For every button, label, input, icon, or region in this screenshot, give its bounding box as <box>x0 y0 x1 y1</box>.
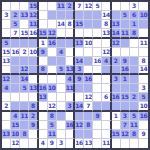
cell-r12c1-given[interactable]: 2 <box>2 102 11 111</box>
cell-r2c2-given[interactable]: 2 <box>11 11 20 20</box>
cell-r7c7-empty[interactable] <box>57 57 66 66</box>
cell-r12c3-empty[interactable] <box>20 102 29 111</box>
cell-r11c8-empty[interactable] <box>66 93 75 102</box>
cell-r5c11-empty[interactable] <box>93 39 102 48</box>
cell-r1c13-empty[interactable] <box>112 2 121 11</box>
cell-r15c5-empty[interactable] <box>39 130 48 139</box>
cell-r7c16-given[interactable]: 8 <box>139 57 148 66</box>
cell-r4c11-empty[interactable] <box>93 29 102 38</box>
cell-r13c3-given[interactable]: 11 <box>20 112 29 121</box>
cell-r12c7-empty[interactable] <box>57 102 66 111</box>
cell-r8c8-given[interactable]: 13 <box>66 66 75 75</box>
cell-r16c1-empty[interactable] <box>2 139 11 148</box>
cell-r9c3-given[interactable]: 14 <box>20 75 29 84</box>
cell-r9c11-empty[interactable] <box>93 75 102 84</box>
cell-r1c12-empty[interactable] <box>102 2 111 11</box>
cell-r4c12-given[interactable]: 13 <box>102 29 111 38</box>
cell-r7c2-empty[interactable] <box>11 57 20 66</box>
cell-r12c9-given[interactable]: 14 <box>75 102 84 111</box>
cell-r15c9-empty[interactable] <box>75 130 84 139</box>
cell-r2c15-given[interactable]: 6 <box>130 11 139 20</box>
cell-r13c6-given[interactable]: 8 <box>48 112 57 121</box>
cell-r4c4-given[interactable]: 16 <box>29 29 38 38</box>
cell-r3c2-given[interactable]: 5 <box>11 20 20 29</box>
cell-r15c16-given[interactable]: 9 <box>139 130 148 139</box>
cell-r5c12-empty[interactable] <box>102 39 111 48</box>
cell-r8c15-empty[interactable] <box>130 66 139 75</box>
cell-r4c1-empty[interactable] <box>2 29 11 38</box>
cell-r4c14-given[interactable]: 11 <box>121 29 130 38</box>
cell-r3c12-given[interactable]: 8 <box>102 20 111 29</box>
cell-r7c13-given[interactable]: 2 <box>112 57 121 66</box>
cell-r16c4-empty[interactable] <box>29 139 38 148</box>
cell-r2c12-given[interactable]: 14 <box>102 11 111 20</box>
cell-r4c15-given[interactable]: 8 <box>130 29 139 38</box>
cell-r14c12-empty[interactable] <box>102 121 111 130</box>
cell-r9c2-empty[interactable] <box>11 75 20 84</box>
cell-r4c10-empty[interactable] <box>84 29 93 38</box>
cell-r11c14-given[interactable]: 15 <box>121 93 130 102</box>
cell-r6c4-given[interactable]: 10 <box>29 48 38 57</box>
cell-r1c15-given[interactable]: 3 <box>130 2 139 11</box>
cell-r9c1-given[interactable]: 12 <box>2 75 11 84</box>
cell-r15c11-empty[interactable] <box>93 130 102 139</box>
cell-r14c11-empty[interactable] <box>93 121 102 130</box>
cell-r13c15-given[interactable]: 5 <box>130 112 139 121</box>
cell-r13c11-given[interactable]: 9 <box>93 112 102 121</box>
cell-r13c10-empty[interactable] <box>84 112 93 121</box>
cell-r11c6-empty[interactable] <box>48 93 57 102</box>
cell-r4c3-given[interactable]: 15 <box>20 29 29 38</box>
cell-r5c5-given[interactable]: 1 <box>39 39 48 48</box>
cell-r12c16-given[interactable]: 10 <box>139 102 148 111</box>
cell-r6c14-empty[interactable] <box>121 48 130 57</box>
cell-r15c4-empty[interactable] <box>29 130 38 139</box>
cell-r11c13-given[interactable]: 16 <box>112 93 121 102</box>
cell-r15c10-empty[interactable] <box>84 130 93 139</box>
cell-r7c12-given[interactable]: 4 <box>102 57 111 66</box>
cell-r14c15-given[interactable]: 11 <box>130 121 139 130</box>
cell-r1c14-empty[interactable] <box>121 2 130 11</box>
cell-r13c16-given[interactable]: 16 <box>139 112 148 121</box>
cell-r11c5-given[interactable]: 13 <box>39 93 48 102</box>
cell-r16c15-empty[interactable] <box>130 139 139 148</box>
cell-r14c8-given[interactable]: 16 <box>66 121 75 130</box>
cell-r6c16-empty[interactable] <box>139 48 148 57</box>
cell-r15c6-given[interactable]: 11 <box>48 130 57 139</box>
cell-r1c6-empty[interactable] <box>48 2 57 11</box>
cell-r11c1-empty[interactable] <box>2 93 11 102</box>
cell-r8c4-empty[interactable] <box>29 66 38 75</box>
cell-r11c9-empty[interactable] <box>75 93 84 102</box>
cell-r3c15-given[interactable]: 1 <box>130 20 139 29</box>
cell-r13c1-empty[interactable] <box>2 112 11 121</box>
cell-r14c3-empty[interactable] <box>20 121 29 130</box>
cell-r9c4-empty[interactable] <box>29 75 38 84</box>
cell-r8c11-empty[interactable] <box>93 66 102 75</box>
cell-r8c2-empty[interactable] <box>11 66 20 75</box>
cell-r6c9-empty[interactable] <box>75 48 84 57</box>
cell-r11c16-given[interactable]: 5 <box>139 93 148 102</box>
cell-r8c9-given[interactable]: 3 <box>75 66 84 75</box>
cell-r4c16-empty[interactable] <box>139 29 148 38</box>
cell-r3c9-given[interactable]: 15 <box>75 20 84 29</box>
cell-r3c8-given[interactable]: 8 <box>66 20 75 29</box>
cell-r13c4-given[interactable]: 2 <box>29 112 38 121</box>
cell-r3c14-empty[interactable] <box>121 20 130 29</box>
cell-r14c4-given[interactable]: 9 <box>29 121 38 130</box>
cell-r9c6-empty[interactable] <box>48 75 57 84</box>
cell-r8c1-empty[interactable] <box>2 66 11 75</box>
cell-r1c2-empty[interactable] <box>11 2 20 11</box>
cell-r6c6-empty[interactable] <box>48 48 57 57</box>
cell-r15c3-given[interactable]: 8 <box>20 130 29 139</box>
cell-r6c11-empty[interactable] <box>93 48 102 57</box>
cell-r10c16-given[interactable]: 3 <box>139 84 148 93</box>
cell-r10c5-given[interactable]: 16 <box>39 84 48 93</box>
cell-r15c12-empty[interactable] <box>102 130 111 139</box>
cell-r6c3-given[interactable]: 2 <box>20 48 29 57</box>
cell-r6c10-empty[interactable] <box>84 48 93 57</box>
cell-r2c7-empty[interactable] <box>57 11 66 20</box>
cell-r5c10-given[interactable]: 10 <box>84 39 93 48</box>
cell-r10c7-empty[interactable] <box>57 84 66 93</box>
cell-r14c1-empty[interactable] <box>2 121 11 130</box>
cell-r5c13-given[interactable]: 12 <box>112 39 121 48</box>
cell-r10c15-empty[interactable] <box>130 84 139 93</box>
cell-r3c16-empty[interactable] <box>139 20 148 29</box>
cell-r3c5-empty[interactable] <box>39 20 48 29</box>
cell-r8c6-empty[interactable] <box>48 66 57 75</box>
cell-r10c4-given[interactable]: 13 <box>29 84 38 93</box>
cell-r13c12-empty[interactable] <box>102 112 111 121</box>
cell-r8c5-given[interactable]: 8 <box>39 66 48 75</box>
cell-r2c3-given[interactable]: 13 <box>20 11 29 20</box>
cell-r5c3-empty[interactable] <box>20 39 29 48</box>
cell-r12c5-empty[interactable] <box>39 102 48 111</box>
cell-r5c7-empty[interactable] <box>57 39 66 48</box>
cell-r7c4-empty[interactable] <box>29 57 38 66</box>
cell-r10c2-empty[interactable] <box>11 84 20 93</box>
cell-r7c3-empty[interactable] <box>20 57 29 66</box>
cell-r4c5-given[interactable]: 15 <box>39 29 48 38</box>
cell-r8c3-given[interactable]: 12 <box>20 66 29 75</box>
cell-r9c8-given[interactable]: 4 <box>66 75 75 84</box>
cell-r9c16-empty[interactable] <box>139 75 148 84</box>
cell-r7c11-given[interactable]: 16 <box>93 57 102 66</box>
cell-r8c16-given[interactable]: 14 <box>139 66 148 75</box>
cell-r16c3-empty[interactable] <box>20 139 29 148</box>
cell-r7c14-given[interactable]: 9 <box>121 57 130 66</box>
cell-r16c13-empty[interactable] <box>112 139 121 148</box>
cell-r6c2-given[interactable]: 16 <box>11 48 20 57</box>
cell-r5c14-empty[interactable] <box>121 39 130 48</box>
cell-r9c10-given[interactable]: 16 <box>84 75 93 84</box>
cell-r9c15-empty[interactable] <box>130 75 139 84</box>
cell-r11c2-empty[interactable] <box>11 93 20 102</box>
cell-r12c4-given[interactable]: 8 <box>29 102 38 111</box>
cell-r5c9-given[interactable]: 13 <box>75 39 84 48</box>
cell-r14c14-given[interactable]: 7 <box>121 121 130 130</box>
cell-r16c8-empty[interactable] <box>66 139 75 148</box>
cell-r2c4-given[interactable]: 12 <box>29 11 38 20</box>
cell-r16c5-given[interactable]: 4 <box>39 139 48 148</box>
cell-r6c7-given[interactable]: 4 <box>57 48 66 57</box>
cell-r5c15-empty[interactable] <box>130 39 139 48</box>
cell-r10c10-empty[interactable] <box>84 84 93 93</box>
cell-r2c16-given[interactable]: 10 <box>139 11 148 20</box>
cell-r11c10-given[interactable]: 12 <box>84 93 93 102</box>
cell-r14c7-empty[interactable] <box>57 121 66 130</box>
cell-r12c10-given[interactable]: 7 <box>84 102 93 111</box>
cell-r15c1-given[interactable]: 13 <box>2 130 11 139</box>
cell-r10c1-given[interactable]: 4 <box>2 84 11 93</box>
cell-r2c1-given[interactable]: 3 <box>2 11 11 20</box>
cell-r16c6-given[interactable]: 9 <box>48 139 57 148</box>
cell-r11c11-empty[interactable] <box>93 93 102 102</box>
cell-r4c13-given[interactable]: 14 <box>112 29 121 38</box>
cell-r10c3-given[interactable]: 5 <box>20 84 29 93</box>
cell-r3c3-empty[interactable] <box>20 20 29 29</box>
cell-r15c15-given[interactable]: 8 <box>130 130 139 139</box>
cell-r1c5-empty[interactable] <box>39 2 48 11</box>
cell-r12c6-given[interactable]: 12 <box>48 102 57 111</box>
cell-r15c2-given[interactable]: 10 <box>11 130 20 139</box>
cell-r16c9-given[interactable]: 16 <box>75 139 84 148</box>
cell-r3c1-empty[interactable] <box>2 20 11 29</box>
cell-r13c7-empty[interactable] <box>57 112 66 121</box>
cell-r4c7-empty[interactable] <box>57 29 66 38</box>
cell-r1c3-empty[interactable] <box>20 2 29 11</box>
cell-r15c14-given[interactable]: 12 <box>121 130 130 139</box>
cell-r1c11-given[interactable]: 5 <box>93 2 102 11</box>
cell-r4c8-empty[interactable] <box>66 29 75 38</box>
cell-r3c10-empty[interactable] <box>84 20 93 29</box>
cell-r3c4-given[interactable]: 11 <box>29 20 38 29</box>
cell-r15c13-given[interactable]: 15 <box>112 130 121 139</box>
cell-r3c6-empty[interactable] <box>48 20 57 29</box>
cell-r8c13-empty[interactable] <box>112 66 121 75</box>
cell-r3c13-given[interactable]: 13 <box>112 20 121 29</box>
cell-r8c14-given[interactable]: 16 <box>121 66 130 75</box>
cell-r2c13-empty[interactable] <box>112 11 121 20</box>
cell-r6c8-empty[interactable] <box>66 48 75 57</box>
cell-r15c8-empty[interactable] <box>66 130 75 139</box>
cell-r6c12-given[interactable]: 12 <box>102 48 111 57</box>
cell-r5c6-given[interactable]: 16 <box>48 39 57 48</box>
cell-r2c11-empty[interactable] <box>93 11 102 20</box>
cell-r5c1-given[interactable]: 5 <box>2 39 11 48</box>
cell-r9c12-empty[interactable] <box>102 75 111 84</box>
cell-r1c1-empty[interactable] <box>2 2 11 11</box>
cell-r1c10-given[interactable]: 12 <box>84 2 93 11</box>
cell-r2c6-empty[interactable] <box>48 11 57 20</box>
cell-r16c7-given[interactable]: 3 <box>57 139 66 148</box>
cell-r10c12-empty[interactable] <box>102 84 111 93</box>
cell-r15c7-empty[interactable] <box>57 130 66 139</box>
cell-r13c9-empty[interactable] <box>75 112 84 121</box>
cell-r8c7-given[interactable]: 5 <box>57 66 66 75</box>
cell-r14c16-empty[interactable] <box>139 121 148 130</box>
cell-r7c8-empty[interactable] <box>66 57 75 66</box>
cell-r1c16-empty[interactable] <box>139 2 148 11</box>
cell-r7c1-given[interactable]: 13 <box>2 57 11 66</box>
cell-r2c10-empty[interactable] <box>84 11 93 20</box>
cell-r13c5-empty[interactable] <box>39 112 48 121</box>
cell-r12c15-empty[interactable] <box>130 102 139 111</box>
sudoku-16x16-board: 1511271253321312145610511148158131715161… <box>0 0 150 150</box>
cell-r8c12-empty[interactable] <box>102 66 111 75</box>
cell-r16c14-empty[interactable] <box>121 139 130 148</box>
cell-r16c2-given[interactable]: 12 <box>11 139 20 148</box>
cell-r10c9-empty[interactable] <box>75 84 84 93</box>
cell-r10c6-given[interactable]: 10 <box>48 84 57 93</box>
cell-r1c4-given[interactable]: 15 <box>29 2 38 11</box>
cell-r16c11-empty[interactable] <box>93 139 102 148</box>
cell-r14c5-empty[interactable] <box>39 121 48 130</box>
cell-r11c15-given[interactable]: 2 <box>130 93 139 102</box>
cell-r4c9-empty[interactable] <box>75 29 84 38</box>
cell-r3c7-given[interactable]: 14 <box>57 20 66 29</box>
cell-r9c5-empty[interactable] <box>39 75 48 84</box>
cell-r2c9-empty[interactable] <box>75 11 84 20</box>
cell-r10c8-given[interactable]: 11 <box>66 84 75 93</box>
cell-r16c12-given[interactable]: 11 <box>102 139 111 148</box>
cell-r9c13-given[interactable]: 3 <box>112 75 121 84</box>
cell-r10c13-empty[interactable] <box>112 84 121 93</box>
cell-r9c14-given[interactable]: 1 <box>121 75 130 84</box>
cell-r7c9-given[interactable]: 14 <box>75 57 84 66</box>
cell-r14c9-given[interactable]: 12 <box>75 121 84 130</box>
cell-r5c8-empty[interactable] <box>66 39 75 48</box>
cell-r12c11-empty[interactable] <box>93 102 102 111</box>
cell-r4c2-given[interactable]: 7 <box>11 29 20 38</box>
cell-r11c12-given[interactable]: 6 <box>102 93 111 102</box>
cell-r12c12-empty[interactable] <box>102 102 111 111</box>
cell-r10c14-empty[interactable] <box>121 84 130 93</box>
cell-r1c9-given[interactable]: 7 <box>75 2 84 11</box>
cell-r4c6-given[interactable]: 12 <box>48 29 57 38</box>
cell-r13c8-empty[interactable] <box>66 112 75 121</box>
cell-r14c6-given[interactable]: 5 <box>48 121 57 130</box>
cell-r6c5-given[interactable]: 9 <box>39 48 48 57</box>
cell-r9c9-given[interactable]: 9 <box>75 75 84 84</box>
cell-r11c3-empty[interactable] <box>20 93 29 102</box>
cell-r13c14-given[interactable]: 3 <box>121 112 130 121</box>
cell-r7c5-empty[interactable] <box>39 57 48 66</box>
cell-r5c2-empty[interactable] <box>11 39 20 48</box>
cell-r5c4-empty[interactable] <box>29 39 38 48</box>
cell-r12c14-empty[interactable] <box>121 102 130 111</box>
cell-r10c11-empty[interactable] <box>93 84 102 93</box>
cell-r12c8-given[interactable]: 3 <box>66 102 75 111</box>
cell-r12c13-empty[interactable] <box>112 102 121 111</box>
cell-r7c10-empty[interactable] <box>84 57 93 66</box>
cell-r3c11-empty[interactable] <box>93 20 102 29</box>
cell-r13c2-given[interactable]: 4 <box>11 112 20 121</box>
cell-r16c16-empty[interactable] <box>139 139 148 148</box>
cell-r2c8-empty[interactable] <box>66 11 75 20</box>
cell-r2c14-given[interactable]: 5 <box>121 11 130 20</box>
cell-r6c13-empty[interactable] <box>112 48 121 57</box>
cell-r2c5-empty[interactable] <box>39 11 48 20</box>
cell-r13c13-given[interactable]: 1 <box>112 112 121 121</box>
cell-r14c10-given[interactable]: 8 <box>84 121 93 130</box>
cell-r6c15-empty[interactable] <box>130 48 139 57</box>
cell-r14c2-given[interactable]: 15 <box>11 121 20 130</box>
cell-r14c13-empty[interactable] <box>112 121 121 130</box>
cell-r8c10-empty[interactable] <box>84 66 93 75</box>
cell-r12c2-empty[interactable] <box>11 102 20 111</box>
cell-r1c8-given[interactable]: 2 <box>66 2 75 11</box>
cell-r5c16-given[interactable]: 11 <box>139 39 148 48</box>
cell-r11c4-empty[interactable] <box>29 93 38 102</box>
cell-r1c7-given[interactable]: 11 <box>57 2 66 11</box>
cell-r16c10-given[interactable]: 13 <box>84 139 93 148</box>
cell-r6c1-given[interactable]: 15 <box>2 48 11 57</box>
cell-r9c7-empty[interactable] <box>57 75 66 84</box>
cell-r7c15-empty[interactable] <box>130 57 139 66</box>
cell-r7c6-empty[interactable] <box>48 57 57 66</box>
cell-r11c7-empty[interactable] <box>57 93 66 102</box>
